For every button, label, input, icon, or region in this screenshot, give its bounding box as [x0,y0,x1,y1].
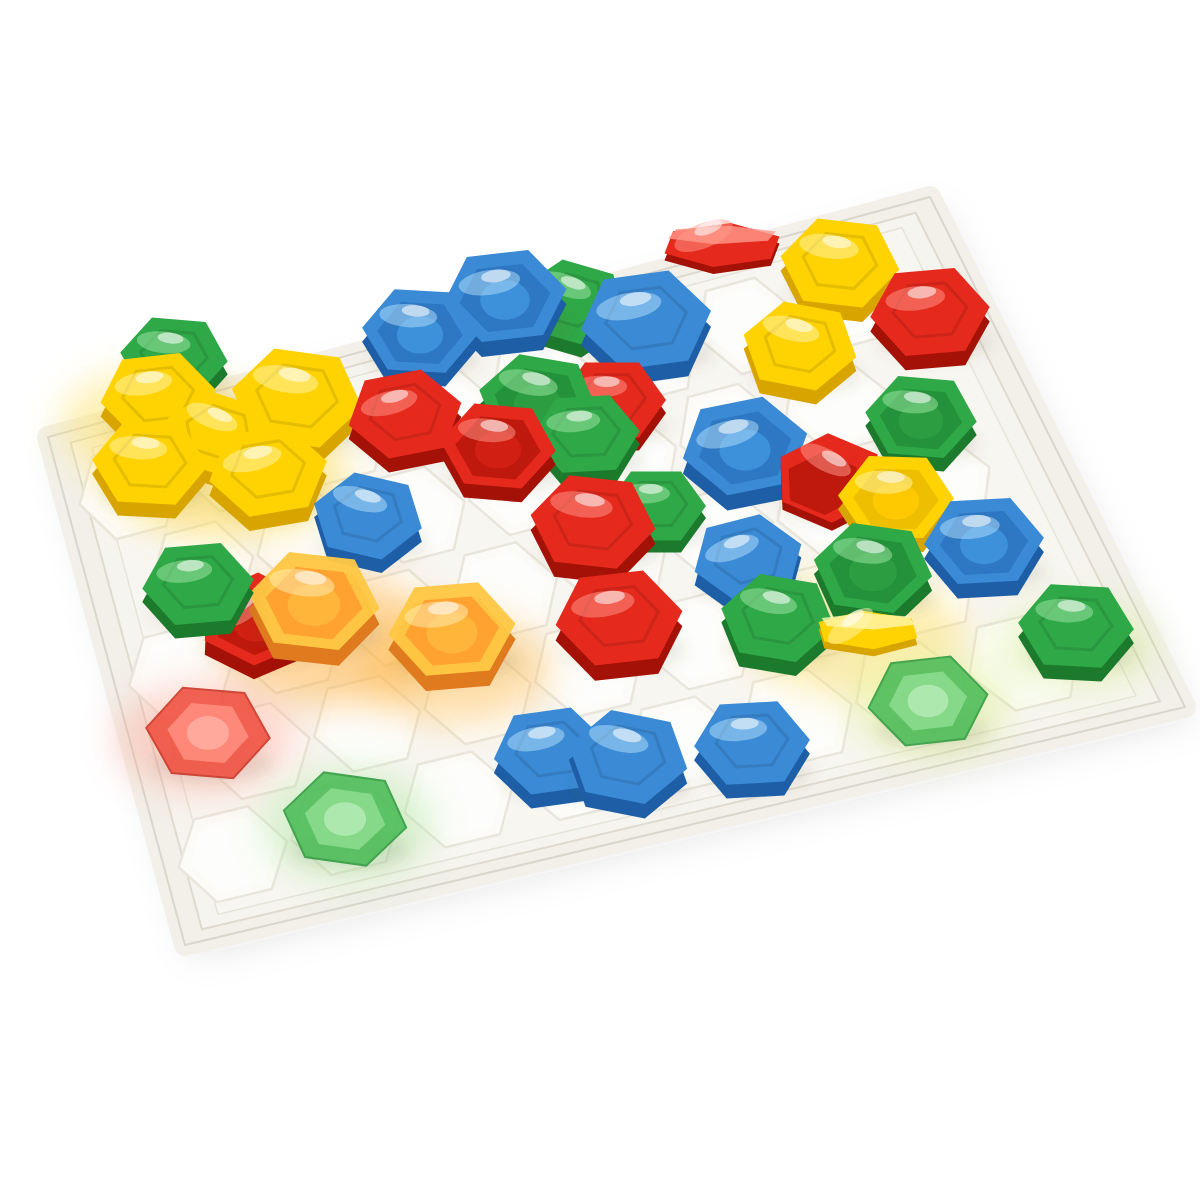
photo-stage [0,0,1200,1200]
tile-red-0[interactable] [665,213,780,274]
mosaic-tray-scene [0,0,1200,1200]
